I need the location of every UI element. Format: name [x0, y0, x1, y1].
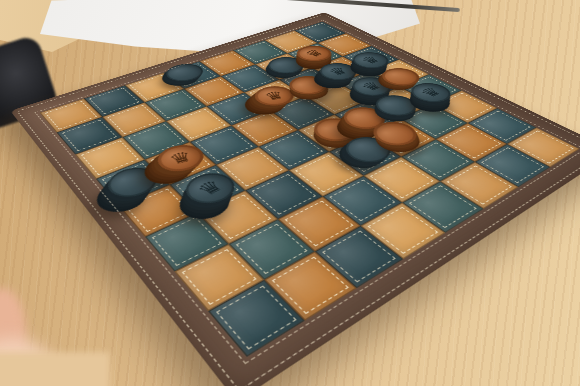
- crown-engraving-icon: ♛: [417, 85, 446, 99]
- crown-engraving-icon: ♛: [302, 48, 327, 59]
- dark-king-stack-m[interactable]: [100, 162, 165, 203]
- crown-engraving-icon: ♛: [325, 65, 351, 77]
- photo-scene: ♛♛♛♛♛♛♛♛: [0, 0, 580, 386]
- crown-engraving-icon: ♛: [193, 177, 228, 199]
- crown-engraving-icon: ♛: [358, 80, 386, 93]
- crown-engraving-icon: ♛: [262, 89, 287, 102]
- wood-king-n[interactable]: ♛: [153, 141, 210, 176]
- table-surface: [0, 352, 110, 386]
- dark-king-o[interactable]: ♛: [177, 168, 245, 210]
- crown-engraving-icon: ♛: [358, 54, 384, 66]
- dark-man-edge[interactable]: [160, 61, 210, 85]
- crown-engraving-icon: ♛: [167, 149, 196, 167]
